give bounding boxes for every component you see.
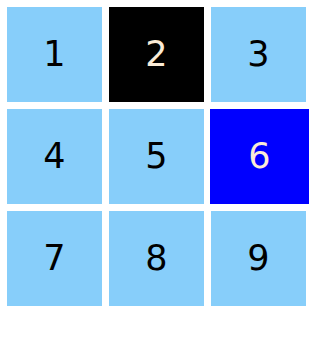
grid-cell-9[interactable]: 9 [211, 211, 306, 306]
grid-cell-2[interactable]: 2 [109, 7, 204, 102]
page: 123456789 [0, 0, 330, 355]
grid-cell-4[interactable]: 4 [7, 109, 102, 204]
grid-cell-3[interactable]: 3 [211, 7, 306, 102]
grid-cell-5[interactable]: 5 [109, 109, 204, 204]
grid-cell-1[interactable]: 1 [7, 7, 102, 102]
grid-cell-6[interactable]: 6 [210, 109, 309, 204]
grid-cell-7[interactable]: 7 [7, 211, 102, 306]
number-grid: 123456789 [7, 7, 306, 306]
grid-cell-8[interactable]: 8 [109, 211, 204, 306]
